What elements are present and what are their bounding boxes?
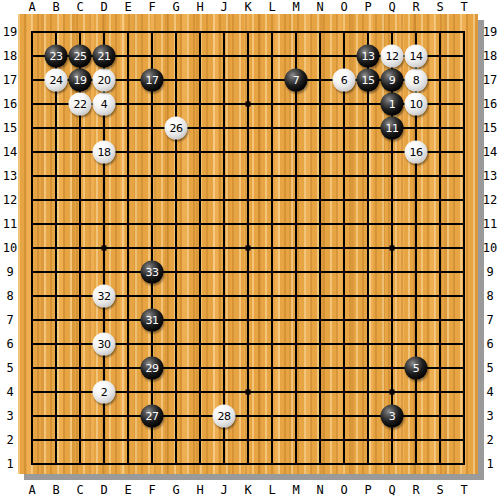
stone-number: 29 xyxy=(146,363,159,374)
coord-label-top-E: E xyxy=(124,0,131,14)
stone-number: 11 xyxy=(386,123,399,134)
coord-label-right-10: 10 xyxy=(483,241,497,255)
stone-black-25-C18: 25 xyxy=(69,45,92,68)
coord-label-right-7: 7 xyxy=(486,313,493,327)
coord-label-top-B: B xyxy=(52,0,59,14)
coord-label-left-16: 16 xyxy=(3,97,17,111)
stone-number: 10 xyxy=(410,99,423,110)
stone-number: 8 xyxy=(413,75,420,86)
stone-white-16-R14: 16 xyxy=(405,141,428,164)
coord-label-bottom-Q: Q xyxy=(388,483,395,497)
stone-number: 16 xyxy=(410,147,423,158)
coord-label-left-19: 19 xyxy=(3,25,17,39)
coord-label-top-J: J xyxy=(220,0,227,14)
stone-number: 9 xyxy=(389,75,396,86)
coord-label-bottom-R: R xyxy=(412,483,419,497)
stone-number: 33 xyxy=(146,267,159,278)
coord-label-top-Q: Q xyxy=(388,0,395,14)
coord-label-bottom-J: J xyxy=(220,483,227,497)
coord-label-left-12: 12 xyxy=(3,193,17,207)
stone-black-1-Q16: 1 xyxy=(381,93,404,116)
stone-number: 19 xyxy=(74,75,87,86)
coord-label-top-P: P xyxy=(364,0,371,14)
stone-number: 23 xyxy=(50,51,63,62)
coord-label-top-O: O xyxy=(340,0,347,14)
coord-label-right-18: 18 xyxy=(483,49,497,63)
grid-line-h-7 xyxy=(31,319,465,321)
stone-black-33-F9: 33 xyxy=(141,261,164,284)
stone-number: 18 xyxy=(98,147,111,158)
stone-number: 26 xyxy=(170,123,183,134)
coord-label-left-17: 17 xyxy=(3,73,17,87)
grid-line-v-S xyxy=(439,31,441,465)
stone-black-27-F3: 27 xyxy=(141,405,164,428)
stone-white-30-D6: 30 xyxy=(93,333,116,356)
grid-line-v-O xyxy=(343,31,345,465)
star-point-K10 xyxy=(246,246,251,251)
coord-label-bottom-B: B xyxy=(52,483,59,497)
coord-label-left-6: 6 xyxy=(6,337,13,351)
stone-white-6-O17: 6 xyxy=(333,69,356,92)
stone-black-23-B18: 23 xyxy=(45,45,68,68)
grid-line-v-M xyxy=(295,31,297,465)
coord-label-top-D: D xyxy=(100,0,107,14)
stone-white-18-D14: 18 xyxy=(93,141,116,164)
coord-label-bottom-G: G xyxy=(172,483,179,497)
stone-white-28-J3: 28 xyxy=(213,405,236,428)
grid-line-v-L xyxy=(271,31,273,465)
stone-number: 7 xyxy=(293,75,300,86)
coord-label-left-9: 9 xyxy=(6,265,13,279)
stone-number: 12 xyxy=(386,51,399,62)
coord-label-right-4: 4 xyxy=(486,385,493,399)
star-point-K16 xyxy=(246,102,251,107)
stone-number: 25 xyxy=(74,51,87,62)
stone-black-17-F17: 17 xyxy=(141,69,164,92)
stone-white-14-R18: 14 xyxy=(405,45,428,68)
coord-label-right-15: 15 xyxy=(483,121,497,135)
stone-white-8-R17: 8 xyxy=(405,69,428,92)
coord-label-top-F: F xyxy=(148,0,155,14)
coord-label-right-14: 14 xyxy=(483,145,497,159)
coord-label-left-4: 4 xyxy=(6,385,13,399)
stone-black-9-Q17: 9 xyxy=(381,69,404,92)
stone-number: 14 xyxy=(410,51,423,62)
coord-label-left-8: 8 xyxy=(6,289,13,303)
coord-label-left-1: 1 xyxy=(6,457,13,471)
stone-black-19-C17: 19 xyxy=(69,69,92,92)
coord-label-top-K: K xyxy=(244,0,251,14)
coord-label-left-15: 15 xyxy=(3,121,17,135)
coord-label-right-8: 8 xyxy=(486,289,493,303)
stone-number: 22 xyxy=(74,99,87,110)
stone-black-29-F5: 29 xyxy=(141,357,164,380)
coord-label-right-17: 17 xyxy=(483,73,497,87)
grid-line-h-2 xyxy=(31,439,465,441)
coord-label-bottom-C: C xyxy=(76,483,83,497)
coord-label-bottom-E: E xyxy=(124,483,131,497)
coord-label-left-10: 10 xyxy=(3,241,17,255)
coord-label-top-N: N xyxy=(316,0,323,14)
coord-label-top-T: T xyxy=(460,0,467,14)
stone-white-10-R16: 10 xyxy=(405,93,428,116)
stone-number: 5 xyxy=(413,363,420,374)
stone-number: 32 xyxy=(98,291,111,302)
coord-label-left-7: 7 xyxy=(6,313,13,327)
coord-label-left-14: 14 xyxy=(3,145,17,159)
coord-label-right-13: 13 xyxy=(483,169,497,183)
stone-number: 17 xyxy=(146,75,159,86)
star-point-Q10 xyxy=(390,246,395,251)
coord-label-top-M: M xyxy=(292,0,299,14)
stone-white-4-D16: 4 xyxy=(93,93,116,116)
stone-number: 31 xyxy=(146,315,159,326)
coord-label-right-12: 12 xyxy=(483,193,497,207)
coord-label-bottom-M: M xyxy=(292,483,299,497)
coord-label-bottom-H: H xyxy=(196,483,203,497)
stone-number: 3 xyxy=(389,411,396,422)
stone-number: 20 xyxy=(98,75,111,86)
star-point-D10 xyxy=(102,246,107,251)
stone-white-2-D4: 2 xyxy=(93,381,116,404)
stone-black-13-P18: 13 xyxy=(357,45,380,68)
coord-label-left-13: 13 xyxy=(3,169,17,183)
coord-label-right-9: 9 xyxy=(486,265,493,279)
coord-label-bottom-N: N xyxy=(316,483,323,497)
coord-label-right-16: 16 xyxy=(483,97,497,111)
coord-label-top-R: R xyxy=(412,0,419,14)
stone-number: 15 xyxy=(362,75,375,86)
grid-line-v-P xyxy=(367,31,369,465)
coord-label-bottom-F: F xyxy=(148,483,155,497)
coord-label-right-2: 2 xyxy=(486,433,493,447)
grid-line-h-1 xyxy=(31,463,465,465)
stone-number: 4 xyxy=(101,99,108,110)
stone-white-24-B17: 24 xyxy=(45,69,68,92)
stone-black-3-Q3: 3 xyxy=(381,405,404,428)
coord-label-left-5: 5 xyxy=(6,361,13,375)
grid-line-v-T xyxy=(463,31,465,465)
coord-label-bottom-P: P xyxy=(364,483,371,497)
stone-number: 28 xyxy=(218,411,231,422)
coord-label-bottom-A: A xyxy=(28,483,35,497)
star-point-K4 xyxy=(246,390,251,395)
coord-label-bottom-K: K xyxy=(244,483,251,497)
stone-white-32-D8: 32 xyxy=(93,285,116,308)
coord-label-right-3: 3 xyxy=(486,409,493,423)
stone-white-20-D17: 20 xyxy=(93,69,116,92)
stone-number: 30 xyxy=(98,339,111,350)
coord-label-top-H: H xyxy=(196,0,203,14)
coord-label-top-A: A xyxy=(28,0,35,14)
coord-label-right-19: 19 xyxy=(483,25,497,39)
stone-black-7-M17: 7 xyxy=(285,69,308,92)
coord-label-top-C: C xyxy=(76,0,83,14)
stone-number: 13 xyxy=(362,51,375,62)
coord-label-left-18: 18 xyxy=(3,49,17,63)
grid-line-h-5 xyxy=(31,367,465,369)
stone-black-31-F7: 31 xyxy=(141,309,164,332)
stone-black-5-R5: 5 xyxy=(405,357,428,380)
stone-black-21-D18: 21 xyxy=(93,45,116,68)
stone-number: 27 xyxy=(146,411,159,422)
grid-line-h-9 xyxy=(31,271,465,273)
coord-label-right-11: 11 xyxy=(483,217,497,231)
grid-line-v-N xyxy=(319,31,321,465)
stone-number: 21 xyxy=(98,51,111,62)
stone-white-26-G15: 26 xyxy=(165,117,188,140)
coord-label-top-G: G xyxy=(172,0,179,14)
stone-number: 6 xyxy=(341,75,348,86)
stone-number: 24 xyxy=(50,75,63,86)
coord-label-bottom-L: L xyxy=(268,483,275,497)
coord-label-top-L: L xyxy=(268,0,275,14)
coord-label-bottom-O: O xyxy=(340,483,347,497)
coord-label-bottom-D: D xyxy=(100,483,107,497)
coord-label-left-3: 3 xyxy=(6,409,13,423)
stone-black-11-Q15: 11 xyxy=(381,117,404,140)
coord-label-right-5: 5 xyxy=(486,361,493,375)
stone-number: 1 xyxy=(389,99,396,110)
stone-white-22-C16: 22 xyxy=(69,93,92,116)
stone-number: 2 xyxy=(101,387,108,398)
go-board-diagram: 1234567891011121314151617181920212223242… xyxy=(0,0,500,500)
coord-label-left-2: 2 xyxy=(6,433,13,447)
coord-label-right-6: 6 xyxy=(486,337,493,351)
coord-label-left-11: 11 xyxy=(3,217,17,231)
goban[interactable]: 1234567891011121314151617181920212223242… xyxy=(18,14,478,474)
coord-label-bottom-S: S xyxy=(436,483,443,497)
coord-label-right-1: 1 xyxy=(486,457,493,471)
coord-label-top-S: S xyxy=(436,0,443,14)
coord-label-bottom-T: T xyxy=(460,483,467,497)
star-point-Q4 xyxy=(390,390,395,395)
stone-white-12-Q18: 12 xyxy=(381,45,404,68)
stone-black-15-P17: 15 xyxy=(357,69,380,92)
